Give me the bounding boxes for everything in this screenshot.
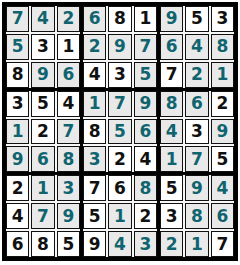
cell-r1c4[interactable]: 6 (83, 6, 106, 32)
box-1: 742531896 (6, 6, 80, 88)
box-7: 213479685 (6, 175, 80, 257)
cell-r8c4[interactable]: 5 (83, 203, 106, 229)
cell-r1c9[interactable]: 3 (211, 6, 234, 32)
cell-r7c4[interactable]: 7 (83, 175, 106, 201)
cell-r3c3[interactable]: 6 (57, 62, 80, 88)
cell-r1c3[interactable]: 2 (57, 6, 80, 32)
cell-r2c4[interactable]: 2 (83, 34, 106, 60)
cell-r9c2[interactable]: 8 (31, 231, 54, 257)
cell-r7c6[interactable]: 8 (134, 175, 157, 201)
cell-r2c2[interactable]: 3 (31, 34, 54, 60)
box-6: 862439175 (160, 91, 234, 173)
cell-r2c1[interactable]: 5 (6, 34, 29, 60)
cell-r4c5[interactable]: 7 (108, 91, 131, 117)
cell-r7c3[interactable]: 3 (57, 175, 80, 201)
cell-r3c4[interactable]: 4 (83, 62, 106, 88)
cell-r9c8[interactable]: 1 (185, 231, 208, 257)
cell-r5c8[interactable]: 3 (185, 119, 208, 145)
cell-r1c6[interactable]: 1 (134, 6, 157, 32)
cell-r5c2[interactable]: 2 (31, 119, 54, 145)
cell-r9c4[interactable]: 9 (83, 231, 106, 257)
cell-r7c5[interactable]: 6 (108, 175, 131, 201)
cell-r4c1[interactable]: 3 (6, 91, 29, 117)
cell-r4c7[interactable]: 8 (160, 91, 183, 117)
cell-r6c4[interactable]: 3 (83, 146, 106, 172)
cell-r9c9[interactable]: 7 (211, 231, 234, 257)
cell-r8c3[interactable]: 9 (57, 203, 80, 229)
cell-r3c8[interactable]: 2 (185, 62, 208, 88)
cell-r4c6[interactable]: 9 (134, 91, 157, 117)
cell-r1c5[interactable]: 8 (108, 6, 131, 32)
cell-r8c9[interactable]: 6 (211, 203, 234, 229)
sudoku-board: 7425318966812974359536487213541279681798… (2, 2, 238, 261)
cell-r6c7[interactable]: 1 (160, 146, 183, 172)
cell-r7c9[interactable]: 4 (211, 175, 234, 201)
cell-r9c5[interactable]: 4 (108, 231, 131, 257)
cell-r1c8[interactable]: 5 (185, 6, 208, 32)
cell-r2c8[interactable]: 4 (185, 34, 208, 60)
cell-r6c9[interactable]: 5 (211, 146, 234, 172)
cell-r5c3[interactable]: 7 (57, 119, 80, 145)
cell-r3c9[interactable]: 1 (211, 62, 234, 88)
cell-r4c4[interactable]: 1 (83, 91, 106, 117)
box-4: 354127968 (6, 91, 80, 173)
cell-r2c5[interactable]: 9 (108, 34, 131, 60)
cell-r5c7[interactable]: 4 (160, 119, 183, 145)
cell-r6c6[interactable]: 4 (134, 146, 157, 172)
cell-r4c9[interactable]: 2 (211, 91, 234, 117)
cell-r7c1[interactable]: 2 (6, 175, 29, 201)
cell-r7c2[interactable]: 1 (31, 175, 54, 201)
cell-r5c4[interactable]: 8 (83, 119, 106, 145)
cell-r5c6[interactable]: 6 (134, 119, 157, 145)
cell-r6c2[interactable]: 6 (31, 146, 54, 172)
cell-r9c3[interactable]: 5 (57, 231, 80, 257)
cell-r2c9[interactable]: 8 (211, 34, 234, 60)
cell-r5c1[interactable]: 1 (6, 119, 29, 145)
cell-r9c1[interactable]: 6 (6, 231, 29, 257)
cell-r2c6[interactable]: 7 (134, 34, 157, 60)
cell-r8c6[interactable]: 2 (134, 203, 157, 229)
cell-r3c6[interactable]: 5 (134, 62, 157, 88)
cell-r3c2[interactable]: 9 (31, 62, 54, 88)
cell-r4c3[interactable]: 4 (57, 91, 80, 117)
cell-r3c5[interactable]: 3 (108, 62, 131, 88)
cell-r9c6[interactable]: 3 (134, 231, 157, 257)
cell-r7c8[interactable]: 9 (185, 175, 208, 201)
cell-r8c7[interactable]: 3 (160, 203, 183, 229)
cell-r4c2[interactable]: 5 (31, 91, 54, 117)
box-5: 179856324 (83, 91, 157, 173)
cell-r6c1[interactable]: 9 (6, 146, 29, 172)
cell-r1c7[interactable]: 9 (160, 6, 183, 32)
cell-r8c5[interactable]: 1 (108, 203, 131, 229)
cell-r7c7[interactable]: 5 (160, 175, 183, 201)
cell-r8c2[interactable]: 7 (31, 203, 54, 229)
cell-r3c1[interactable]: 8 (6, 62, 29, 88)
cell-r1c2[interactable]: 4 (31, 6, 54, 32)
box-9: 594386217 (160, 175, 234, 257)
cell-r9c7[interactable]: 2 (160, 231, 183, 257)
cell-r5c9[interactable]: 9 (211, 119, 234, 145)
cell-r6c3[interactable]: 8 (57, 146, 80, 172)
box-3: 953648721 (160, 6, 234, 88)
cell-r4c8[interactable]: 6 (185, 91, 208, 117)
board-wrap: 7425318966812974359536487213541279681798… (0, 0, 240, 263)
box-2: 681297435 (83, 6, 157, 88)
cell-r8c8[interactable]: 8 (185, 203, 208, 229)
cell-r1c1[interactable]: 7 (6, 6, 29, 32)
cell-r6c8[interactable]: 7 (185, 146, 208, 172)
cell-r5c5[interactable]: 5 (108, 119, 131, 145)
cell-r2c3[interactable]: 1 (57, 34, 80, 60)
cell-r2c7[interactable]: 6 (160, 34, 183, 60)
cell-r3c7[interactable]: 7 (160, 62, 183, 88)
cell-r8c1[interactable]: 4 (6, 203, 29, 229)
cell-r6c5[interactable]: 2 (108, 146, 131, 172)
box-8: 768512943 (83, 175, 157, 257)
